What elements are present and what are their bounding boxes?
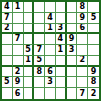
- cell-r1c8[interactable]: 8: [77, 2, 88, 13]
- cell-r6c1[interactable]: [2, 56, 13, 67]
- cell-r2c1[interactable]: 7: [2, 13, 13, 24]
- cell-r5c6[interactable]: 1: [56, 45, 67, 56]
- cell-r5c3[interactable]: 5: [24, 45, 35, 56]
- cell-r6c9[interactable]: [88, 56, 99, 67]
- cell-r8c8[interactable]: [77, 77, 88, 88]
- cell-r9c3[interactable]: [24, 88, 35, 99]
- cell-r5c7[interactable]: 3: [67, 45, 78, 56]
- cell-r4c6[interactable]: 4: [56, 34, 67, 45]
- cell-r2c8[interactable]: 9: [77, 13, 88, 24]
- cell-r3c9[interactable]: [88, 24, 99, 35]
- cell-r7c1[interactable]: [2, 67, 13, 78]
- cell-r6c8[interactable]: 2: [77, 56, 88, 67]
- cell-r9c2[interactable]: 6: [13, 88, 24, 99]
- cell-r9c7[interactable]: [67, 88, 78, 99]
- cell-r8c2[interactable]: 9: [13, 77, 24, 88]
- cell-r5c5[interactable]: [45, 45, 56, 56]
- cell-r1c3[interactable]: [24, 2, 35, 13]
- cell-r9c1[interactable]: [2, 88, 13, 99]
- cell-r9c6[interactable]: [56, 88, 67, 99]
- cell-r1c6[interactable]: [56, 2, 67, 13]
- cell-r7c9[interactable]: 9: [88, 67, 99, 78]
- cell-r2c7[interactable]: [67, 13, 78, 24]
- cell-r5c9[interactable]: [88, 45, 99, 56]
- cell-r2c5[interactable]: 4: [45, 13, 56, 24]
- cell-r1c1[interactable]: 4: [2, 2, 13, 13]
- cell-r5c4[interactable]: 7: [34, 45, 45, 56]
- cell-r4c4[interactable]: [34, 34, 45, 45]
- cell-r7c5[interactable]: 6: [45, 67, 56, 78]
- cell-r7c4[interactable]: 8: [34, 67, 45, 78]
- cell-r2c9[interactable]: 5: [88, 13, 99, 24]
- cell-r8c6[interactable]: [56, 77, 67, 88]
- cell-r5c8[interactable]: [77, 45, 88, 56]
- cell-r4c9[interactable]: [88, 34, 99, 45]
- cell-r8c1[interactable]: 5: [2, 77, 13, 88]
- cell-r3c3[interactable]: [24, 24, 35, 35]
- cell-r1c4[interactable]: [34, 2, 45, 13]
- cell-r3c6[interactable]: 3: [56, 24, 67, 35]
- cell-r4c3[interactable]: [24, 34, 35, 45]
- cell-r7c8[interactable]: [77, 67, 88, 78]
- cell-r7c6[interactable]: [56, 67, 67, 78]
- cell-r8c5[interactable]: 3: [45, 77, 56, 88]
- cell-r7c7[interactable]: [67, 67, 78, 78]
- cell-r2c4[interactable]: [34, 13, 45, 24]
- cell-r8c3[interactable]: [24, 77, 35, 88]
- cell-r3c5[interactable]: 1: [45, 24, 56, 35]
- cell-r2c6[interactable]: [56, 13, 67, 24]
- cell-r4c2[interactable]: 7: [13, 34, 24, 45]
- cell-r9c5[interactable]: [45, 88, 56, 99]
- cell-r6c7[interactable]: [67, 56, 78, 67]
- cell-r2c3[interactable]: [24, 13, 35, 24]
- cell-r7c3[interactable]: [24, 67, 35, 78]
- cell-r6c6[interactable]: [56, 56, 67, 67]
- cell-r8c7[interactable]: [67, 77, 78, 88]
- cell-r4c7[interactable]: 9: [67, 34, 78, 45]
- cell-r5c1[interactable]: [2, 45, 13, 56]
- cell-r3c1[interactable]: 2: [2, 24, 13, 35]
- cell-r4c1[interactable]: [2, 34, 13, 45]
- cell-r9c9[interactable]: 2: [88, 88, 99, 99]
- cell-r1c9[interactable]: [88, 2, 99, 13]
- cell-r7c2[interactable]: 2: [13, 67, 24, 78]
- cell-r4c5[interactable]: [45, 34, 56, 45]
- cell-r3c4[interactable]: [34, 24, 45, 35]
- cell-r8c9[interactable]: 8: [88, 77, 99, 88]
- sudoku-board: 41874952136749571315228695938672: [0, 0, 101, 101]
- cell-r1c7[interactable]: [67, 2, 78, 13]
- cell-r6c2[interactable]: [13, 56, 24, 67]
- cell-r1c2[interactable]: 1: [13, 2, 24, 13]
- cell-r6c4[interactable]: 5: [34, 56, 45, 67]
- cell-r9c4[interactable]: [34, 88, 45, 99]
- cell-r8c4[interactable]: [34, 77, 45, 88]
- cell-r3c8[interactable]: 6: [77, 24, 88, 35]
- cell-r5c2[interactable]: [13, 45, 24, 56]
- cell-r9c8[interactable]: 7: [77, 88, 88, 99]
- cell-r1c5[interactable]: [45, 2, 56, 13]
- cell-r3c2[interactable]: [13, 24, 24, 35]
- cell-r6c5[interactable]: [45, 56, 56, 67]
- cell-r3c7[interactable]: [67, 24, 78, 35]
- cell-r6c3[interactable]: 1: [24, 56, 35, 67]
- cell-r4c8[interactable]: [77, 34, 88, 45]
- cell-r2c2[interactable]: [13, 13, 24, 24]
